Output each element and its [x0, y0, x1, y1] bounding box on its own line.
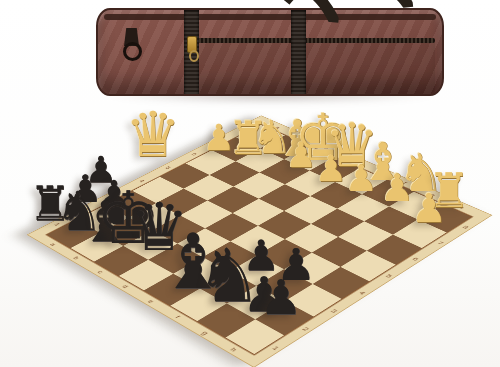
file-label-g-bottom: g — [197, 329, 213, 338]
file-label-h-bottom: h — [225, 345, 241, 355]
camel-pawn-h7[interactable]: ♟ — [411, 188, 447, 228]
bag-zipper-ring-icon — [189, 50, 199, 62]
rank-label-7-right: 7 — [433, 239, 448, 247]
rank-label-6-right: 6 — [408, 255, 423, 263]
rank-label-3-right: 3 — [326, 306, 342, 315]
camel-pawn-g7[interactable]: ♟ — [380, 169, 414, 207]
rank-label-8-right: 8 — [458, 224, 472, 232]
file-label-d-bottom: d — [117, 282, 132, 290]
file-label-f-bottom: f — [170, 313, 185, 322]
file-label-c-bottom: c — [93, 268, 108, 276]
rank-label-5-right: 5 — [381, 272, 396, 280]
file-label-b-bottom: b — [69, 254, 83, 262]
camel-pawn-e7[interactable]: ♟ — [315, 151, 347, 187]
bag-d-ring-icon — [123, 42, 142, 61]
scene: aabbccddeeffgghh1122334455667788 ♛♟♜♞♝♚♛… — [0, 0, 500, 367]
rank-label-2-right: 2 — [297, 325, 313, 334]
camel-pawn-f7[interactable]: ♟ — [344, 160, 377, 197]
camel-queen-off-board[interactable]: ♛ — [125, 104, 181, 166]
camel-pawn-d7[interactable]: ♟ — [285, 138, 316, 173]
file-label-e-bottom: e — [143, 297, 158, 306]
camel-rook-a8[interactable]: ♜ — [227, 115, 268, 161]
black-pawn-h2[interactable]: ♟ — [259, 273, 302, 321]
rank-label-1-right: 1 — [268, 343, 284, 353]
rank-label-4-right: 4 — [354, 289, 369, 298]
